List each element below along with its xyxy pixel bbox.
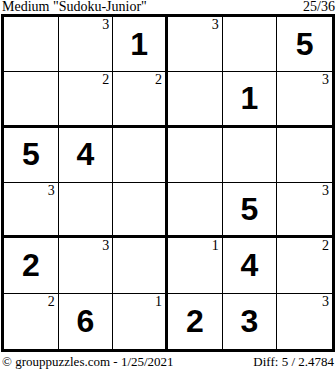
cell-r1c3: 1	[113, 17, 168, 72]
cell-r2c1[interactable]	[4, 72, 59, 127]
pencil-mark: 3	[102, 238, 109, 253]
cell-r6c2: 6	[59, 294, 114, 349]
cell-r4c6[interactable]: 3	[277, 183, 332, 238]
pencil-mark: 1	[212, 238, 219, 253]
cell-r3c6[interactable]	[277, 128, 332, 183]
cell-r6c1[interactable]: 2	[4, 294, 59, 349]
cell-r6c4: 2	[168, 294, 223, 349]
given-digit: 4	[59, 128, 113, 182]
cell-r1c1[interactable]	[4, 17, 59, 72]
cell-r1c2[interactable]: 3	[59, 17, 114, 72]
cell-r5c4[interactable]: 1	[168, 238, 223, 293]
given-digit: 4	[223, 238, 277, 292]
cell-r5c2[interactable]: 3	[59, 238, 114, 293]
cell-r5c1: 2	[4, 238, 59, 293]
cell-r2c4[interactable]	[168, 72, 223, 127]
pencil-mark: 3	[102, 17, 109, 32]
cell-r6c5: 3	[223, 294, 278, 349]
given-digit: 3	[223, 294, 277, 349]
cell-r4c1[interactable]: 3	[4, 183, 59, 238]
pencil-mark: 1	[155, 294, 162, 309]
given-digit: 6	[59, 294, 113, 349]
cell-r6c6[interactable]: 3	[277, 294, 332, 349]
cell-r1c5[interactable]	[223, 17, 278, 72]
cell-r6c3[interactable]: 1	[113, 294, 168, 349]
cell-r2c6[interactable]: 3	[277, 72, 332, 127]
page-title: Medium "Sudoku-Junior"	[2, 0, 147, 14]
footer-copyright: © grouppuzzles.com - 1/25/2021	[2, 354, 174, 370]
pencil-mark: 3	[322, 183, 329, 198]
puzzle-counter: 25/36	[303, 0, 335, 14]
cell-r2c5: 1	[223, 72, 278, 127]
cell-r3c5[interactable]	[223, 128, 278, 183]
cell-r3c4[interactable]	[168, 128, 223, 183]
cell-r5c6[interactable]: 2	[277, 238, 332, 293]
footer-difficulty: Diff: 5 / 2.4784	[253, 354, 334, 370]
given-digit: 5	[223, 183, 277, 235]
pencil-mark: 3	[212, 17, 219, 32]
pencil-mark: 3	[322, 294, 329, 309]
header: Medium "Sudoku-Junior" 25/36	[0, 0, 336, 14]
cell-r1c4[interactable]: 3	[168, 17, 223, 72]
cell-r4c2[interactable]	[59, 183, 114, 238]
cell-r3c2: 4	[59, 128, 114, 183]
cell-r3c3[interactable]	[113, 128, 168, 183]
cell-r3c1: 5	[4, 128, 59, 183]
pencil-mark: 3	[322, 72, 329, 87]
puzzle-page: Medium "Sudoku-Junior" 25/36 31352213543…	[0, 0, 336, 370]
given-digit: 5	[4, 128, 58, 182]
cell-r5c3[interactable]	[113, 238, 168, 293]
cell-r1c6: 5	[277, 17, 332, 72]
footer: © grouppuzzles.com - 1/25/2021 Diff: 5 /…	[0, 352, 336, 370]
pencil-mark: 2	[155, 72, 162, 87]
given-digit: 2	[4, 238, 58, 292]
sudoku-board: 313522135435323142261233	[1, 14, 335, 352]
cell-r2c3[interactable]: 2	[113, 72, 168, 127]
given-digit: 5	[277, 17, 332, 71]
cell-r4c3[interactable]	[113, 183, 168, 238]
pencil-mark: 2	[102, 72, 109, 87]
cell-r4c4[interactable]	[168, 183, 223, 238]
pencil-mark: 2	[322, 238, 329, 253]
cell-r5c5: 4	[223, 238, 278, 293]
given-digit: 1	[223, 72, 277, 124]
cell-r4c5: 5	[223, 183, 278, 238]
given-digit: 1	[113, 17, 165, 71]
cell-r2c2[interactable]: 2	[59, 72, 114, 127]
pencil-mark: 2	[48, 294, 55, 309]
pencil-mark: 3	[48, 183, 55, 198]
given-digit: 2	[168, 294, 222, 349]
